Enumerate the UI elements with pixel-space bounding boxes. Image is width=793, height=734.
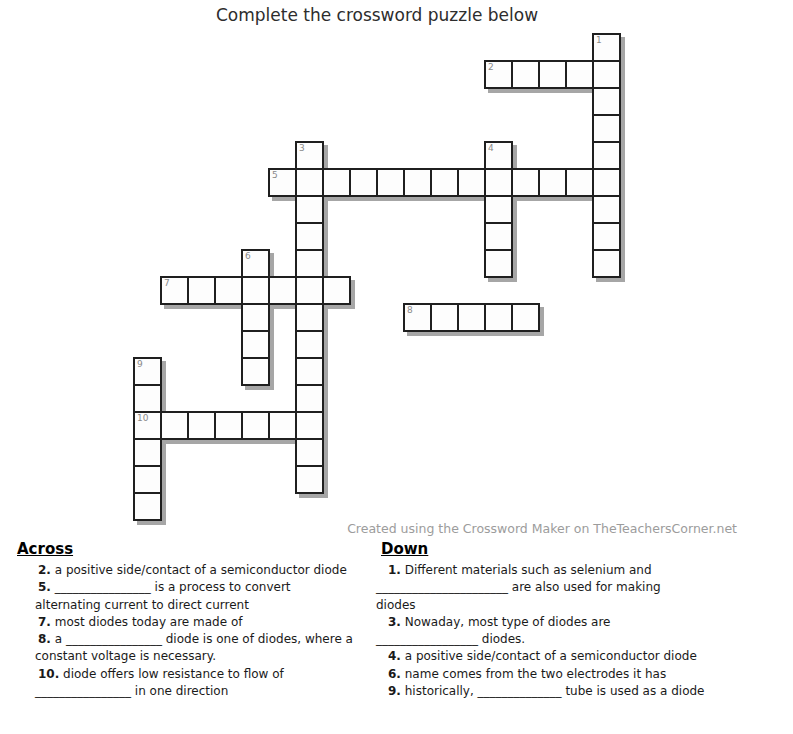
crossword-cell[interactable] bbox=[295, 303, 324, 332]
crossword-cell[interactable] bbox=[484, 249, 513, 278]
clue-number: 6. bbox=[388, 667, 401, 681]
crossword-cell[interactable] bbox=[214, 276, 243, 305]
clue-number: 5. bbox=[38, 580, 51, 594]
crossword-cell[interactable] bbox=[241, 357, 270, 386]
crossword-cell[interactable] bbox=[295, 465, 324, 494]
clue-number: 9. bbox=[388, 684, 401, 698]
crossword-cell[interactable] bbox=[484, 303, 513, 332]
crossword-cell[interactable] bbox=[295, 438, 324, 467]
crossword-cell[interactable] bbox=[214, 411, 243, 440]
clue-text: a positive side/contact of a semiconduct… bbox=[401, 649, 697, 663]
clue-item-down-9: 9. historically, ______________ tube is … bbox=[376, 683, 790, 700]
clue-text: ________________ is a process to convert… bbox=[35, 580, 291, 611]
crossword-cell[interactable] bbox=[295, 411, 324, 440]
crossword-cell[interactable] bbox=[295, 168, 324, 197]
crossword-cell[interactable]: 6 bbox=[241, 249, 270, 278]
crossword-cell[interactable] bbox=[511, 168, 540, 197]
crossword-cell[interactable] bbox=[133, 465, 162, 494]
clue-text: most diodes today are made of bbox=[51, 615, 243, 629]
crossword-cell[interactable] bbox=[295, 249, 324, 278]
crossword-cell[interactable]: 4 bbox=[484, 141, 513, 170]
crossword-cell[interactable] bbox=[295, 276, 324, 305]
clue-number: 10. bbox=[38, 667, 59, 681]
crossword-cell[interactable] bbox=[322, 168, 351, 197]
clue-item-across-7: 7. most diodes today are made of bbox=[35, 614, 382, 631]
crossword-cell[interactable] bbox=[268, 276, 297, 305]
clue-number-badge: 4 bbox=[488, 144, 494, 153]
crossword-cell[interactable]: 3 bbox=[295, 141, 324, 170]
clue-number: 7. bbox=[38, 615, 51, 629]
crossword-cell[interactable] bbox=[133, 384, 162, 413]
crossword-cell[interactable]: 2 bbox=[484, 60, 513, 89]
crossword-cell[interactable] bbox=[295, 195, 324, 224]
crossword-cell[interactable] bbox=[133, 492, 162, 521]
crossword-cell[interactable] bbox=[160, 411, 189, 440]
crossword-cell[interactable] bbox=[484, 195, 513, 224]
down-heading: Down bbox=[381, 540, 790, 559]
crossword-cell[interactable] bbox=[565, 60, 594, 89]
crossword-cell[interactable] bbox=[538, 168, 567, 197]
attribution-text: Created using the Crossword Maker on The… bbox=[0, 521, 737, 536]
clue-number: 1. bbox=[388, 563, 401, 577]
clue-number: 2. bbox=[38, 563, 51, 577]
crossword-cell[interactable] bbox=[484, 168, 513, 197]
crossword-cell[interactable] bbox=[187, 276, 216, 305]
crossword-cell[interactable] bbox=[241, 411, 270, 440]
clue-item-across-10: 10. diode offers low resistance to flow … bbox=[35, 666, 382, 701]
clue-item-down-6: 6. name comes from the two electrodes it… bbox=[376, 666, 790, 683]
clue-item-across-8: 8. a ________________ diode is one of di… bbox=[35, 631, 382, 666]
clue-text: a positive side/contact of a semiconduct… bbox=[51, 563, 347, 577]
crossword-cell[interactable] bbox=[592, 141, 621, 170]
across-clues-section: Across 2. a positive side/contact of a s… bbox=[17, 540, 382, 700]
clue-number-badge: 3 bbox=[299, 144, 305, 153]
page-title: Complete the crossword puzzle below bbox=[0, 5, 754, 25]
across-heading: Across bbox=[17, 540, 382, 559]
crossword-cell[interactable] bbox=[457, 303, 486, 332]
crossword-cell[interactable]: 9 bbox=[133, 357, 162, 386]
crossword-cell[interactable] bbox=[133, 438, 162, 467]
clue-text: historically, ______________ tube is use… bbox=[401, 684, 705, 698]
crossword-cell[interactable]: 8 bbox=[403, 303, 432, 332]
crossword-cell[interactable] bbox=[592, 60, 621, 89]
clue-number-badge: 2 bbox=[488, 63, 494, 72]
crossword-cell[interactable] bbox=[592, 114, 621, 143]
down-clues-section: Down 1. Different materials such as sele… bbox=[376, 540, 790, 700]
crossword-cell[interactable] bbox=[241, 276, 270, 305]
clue-number-badge: 7 bbox=[164, 279, 170, 288]
clue-number: 8. bbox=[38, 632, 51, 646]
crossword-cell[interactable] bbox=[241, 303, 270, 332]
crossword-cell[interactable] bbox=[322, 276, 351, 305]
clue-item-down-4: 4. a positive side/contact of a semicond… bbox=[376, 648, 790, 665]
crossword-cell[interactable] bbox=[403, 168, 432, 197]
clue-number-badge: 1 bbox=[596, 36, 602, 45]
crossword-cell[interactable] bbox=[295, 330, 324, 359]
crossword-cell[interactable] bbox=[187, 411, 216, 440]
crossword-cell[interactable]: 7 bbox=[160, 276, 189, 305]
crossword-cell[interactable] bbox=[511, 60, 540, 89]
clue-item-down-3: 3. Nowaday, most type of diodes are ____… bbox=[376, 614, 790, 649]
crossword-cell[interactable] bbox=[430, 303, 459, 332]
crossword-cell[interactable] bbox=[268, 411, 297, 440]
crossword-cell[interactable] bbox=[592, 249, 621, 278]
crossword-cell[interactable] bbox=[457, 168, 486, 197]
clue-number-badge: 9 bbox=[137, 360, 143, 369]
crossword-cell[interactable]: 5 bbox=[268, 168, 297, 197]
clue-text: name comes from the two electrodes it ha… bbox=[401, 667, 666, 681]
crossword-cell[interactable] bbox=[511, 303, 540, 332]
crossword-cell[interactable] bbox=[592, 195, 621, 224]
crossword-board: 12345678910 bbox=[133, 33, 623, 523]
crossword-cell[interactable]: 1 bbox=[592, 33, 621, 62]
clue-item-down-1: 1. Different materials such as selenium … bbox=[376, 562, 790, 614]
crossword-cell[interactable] bbox=[349, 168, 378, 197]
crossword-cell[interactable] bbox=[376, 168, 405, 197]
clue-item-across-2: 2. a positive side/contact of a semicond… bbox=[35, 562, 382, 579]
crossword-cell[interactable] bbox=[565, 168, 594, 197]
clue-number: 3. bbox=[388, 615, 401, 629]
crossword-cell[interactable] bbox=[484, 222, 513, 251]
clue-text: Different materials such as selenium and… bbox=[376, 563, 661, 612]
clue-number-badge: 6 bbox=[245, 252, 251, 261]
down-clue-list: 1. Different materials such as selenium … bbox=[376, 562, 790, 700]
across-clue-list: 2. a positive side/contact of a semicond… bbox=[17, 562, 382, 700]
crossword-cell[interactable] bbox=[295, 384, 324, 413]
crossword-cell[interactable] bbox=[538, 60, 567, 89]
crossword-cell[interactable] bbox=[592, 222, 621, 251]
crossword-cell[interactable] bbox=[241, 330, 270, 359]
crossword-cell[interactable] bbox=[592, 168, 621, 197]
crossword-cell[interactable]: 10 bbox=[133, 411, 162, 440]
crossword-cell[interactable] bbox=[295, 357, 324, 386]
crossword-cell[interactable] bbox=[430, 168, 459, 197]
clue-text: Nowaday, most type of diodes are _______… bbox=[376, 615, 611, 646]
clue-number: 4. bbox=[388, 649, 401, 663]
clue-number-badge: 10 bbox=[137, 414, 148, 423]
crossword-cell[interactable] bbox=[592, 87, 621, 116]
clue-text: a ________________ diode is one of diode… bbox=[35, 632, 353, 663]
clue-item-across-5: 5. ________________ is a process to conv… bbox=[35, 579, 382, 614]
clue-number-badge: 5 bbox=[272, 171, 278, 180]
crossword-cell[interactable] bbox=[295, 222, 324, 251]
clue-number-badge: 8 bbox=[407, 306, 413, 315]
clue-text: diode offers low resistance to flow of _… bbox=[35, 667, 284, 698]
